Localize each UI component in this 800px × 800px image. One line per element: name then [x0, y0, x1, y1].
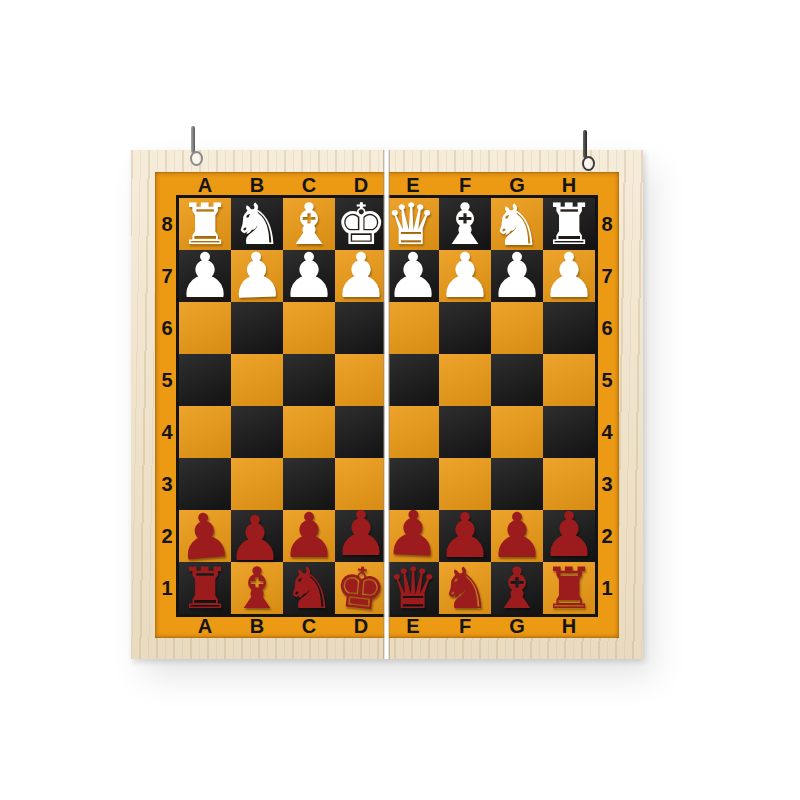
file-label-bottom-h: H: [543, 614, 595, 638]
square-e2[interactable]: ♟: [387, 510, 439, 562]
square-c6[interactable]: [283, 302, 335, 354]
hook-eyelet-icon: [582, 156, 595, 171]
piece-red-knight[interactable]: ♞: [283, 560, 334, 617]
square-a4[interactable]: [179, 406, 231, 458]
square-d7[interactable]: ♟: [335, 250, 387, 302]
square-f1[interactable]: ♞: [439, 562, 491, 614]
square-h4[interactable]: [543, 406, 595, 458]
square-d5[interactable]: [335, 354, 387, 406]
border-corner: [155, 172, 179, 198]
square-h6[interactable]: [543, 302, 595, 354]
border-corner: [155, 614, 179, 638]
rank-label-right-1: 1: [595, 562, 619, 614]
square-h2[interactable]: ♟: [543, 510, 595, 562]
file-label-bottom-a: A: [179, 614, 231, 638]
square-g8[interactable]: ♞: [491, 198, 543, 250]
fold-seam: [383, 150, 390, 659]
border-corner: [595, 172, 619, 198]
square-g4[interactable]: [491, 406, 543, 458]
square-c1[interactable]: ♞: [283, 562, 335, 614]
piece-red-pawn[interactable]: ♟: [541, 504, 597, 566]
rank-label-left-6: 6: [155, 302, 179, 354]
square-c4[interactable]: [283, 406, 335, 458]
square-b5[interactable]: [231, 354, 283, 406]
square-d1[interactable]: ♚: [335, 562, 387, 614]
rank-label-right-5: 5: [595, 354, 619, 406]
square-b7[interactable]: ♟: [231, 250, 283, 302]
square-d4[interactable]: [335, 406, 387, 458]
square-e5[interactable]: [387, 354, 439, 406]
square-b4[interactable]: [231, 406, 283, 458]
piece-red-pawn[interactable]: ♟: [227, 508, 283, 570]
square-a6[interactable]: [179, 302, 231, 354]
file-label-bottom-e: E: [387, 614, 439, 638]
square-a7[interactable]: ♟: [179, 250, 231, 302]
piece-red-pawn[interactable]: ♟: [384, 502, 442, 566]
border-corner: [595, 614, 619, 638]
piece-red-bishop[interactable]: ♝: [491, 560, 542, 617]
square-g7[interactable]: ♟: [491, 250, 543, 302]
piece-white-pawn[interactable]: ♟: [333, 245, 389, 307]
square-f6[interactable]: [439, 302, 491, 354]
rank-label-right-3: 3: [595, 458, 619, 510]
square-a5[interactable]: [179, 354, 231, 406]
rank-label-right-6: 6: [595, 302, 619, 354]
rank-label-left-4: 4: [155, 406, 179, 458]
square-h7[interactable]: ♟: [543, 250, 595, 302]
rank-label-left-8: 8: [155, 198, 179, 250]
square-f4[interactable]: [439, 406, 491, 458]
piece-white-pawn[interactable]: ♟: [281, 245, 337, 307]
hook-eyelet-icon: [190, 151, 203, 166]
hook-rod-icon: [191, 126, 195, 153]
square-b2[interactable]: ♟: [231, 510, 283, 562]
photo-background: ABCDEFGH8♜♞♝♚♛♝♞♜87♟♟♟♟♟♟♟♟7665544332♟♟♟…: [0, 0, 800, 800]
square-e7[interactable]: ♟: [387, 250, 439, 302]
piece-red-knight[interactable]: ♞: [439, 560, 490, 617]
file-label-bottom-c: C: [283, 614, 335, 638]
square-h5[interactable]: [543, 354, 595, 406]
rank-label-left-1: 1: [155, 562, 179, 614]
square-c5[interactable]: [283, 354, 335, 406]
square-g1[interactable]: ♝: [491, 562, 543, 614]
rank-label-right-8: 8: [595, 198, 619, 250]
square-c7[interactable]: ♟: [283, 250, 335, 302]
piece-red-king[interactable]: ♚: [333, 557, 390, 619]
file-label-bottom-g: G: [491, 614, 543, 638]
demonstration-chessboard: ABCDEFGH8♜♞♝♚♛♝♞♜87♟♟♟♟♟♟♟♟7665544332♟♟♟…: [131, 150, 643, 659]
hanging-hook-left: [191, 126, 203, 166]
hook-rod-icon: [583, 130, 587, 158]
square-d6[interactable]: [335, 302, 387, 354]
square-e4[interactable]: [387, 406, 439, 458]
piece-white-pawn[interactable]: ♟: [437, 245, 493, 307]
piece-white-knight[interactable]: ♞: [490, 197, 541, 254]
rank-label-right-7: 7: [595, 250, 619, 302]
square-f5[interactable]: [439, 354, 491, 406]
square-f7[interactable]: ♟: [439, 250, 491, 302]
hanging-hook-right: [583, 130, 595, 171]
piece-white-pawn[interactable]: ♟: [228, 244, 286, 308]
square-g6[interactable]: [491, 302, 543, 354]
square-e6[interactable]: [387, 302, 439, 354]
file-label-bottom-b: B: [231, 614, 283, 638]
square-a2[interactable]: ♟: [179, 510, 231, 562]
rank-label-right-4: 4: [595, 406, 619, 458]
piece-white-pawn[interactable]: ♟: [541, 245, 597, 307]
rank-label-left-7: 7: [155, 250, 179, 302]
square-e8[interactable]: ♛: [387, 198, 439, 250]
piece-white-queen[interactable]: ♛: [385, 196, 436, 253]
rank-label-right-2: 2: [595, 510, 619, 562]
rank-label-left-5: 5: [155, 354, 179, 406]
file-label-bottom-f: F: [439, 614, 491, 638]
piece-white-pawn[interactable]: ♟: [177, 245, 233, 307]
square-g5[interactable]: [491, 354, 543, 406]
